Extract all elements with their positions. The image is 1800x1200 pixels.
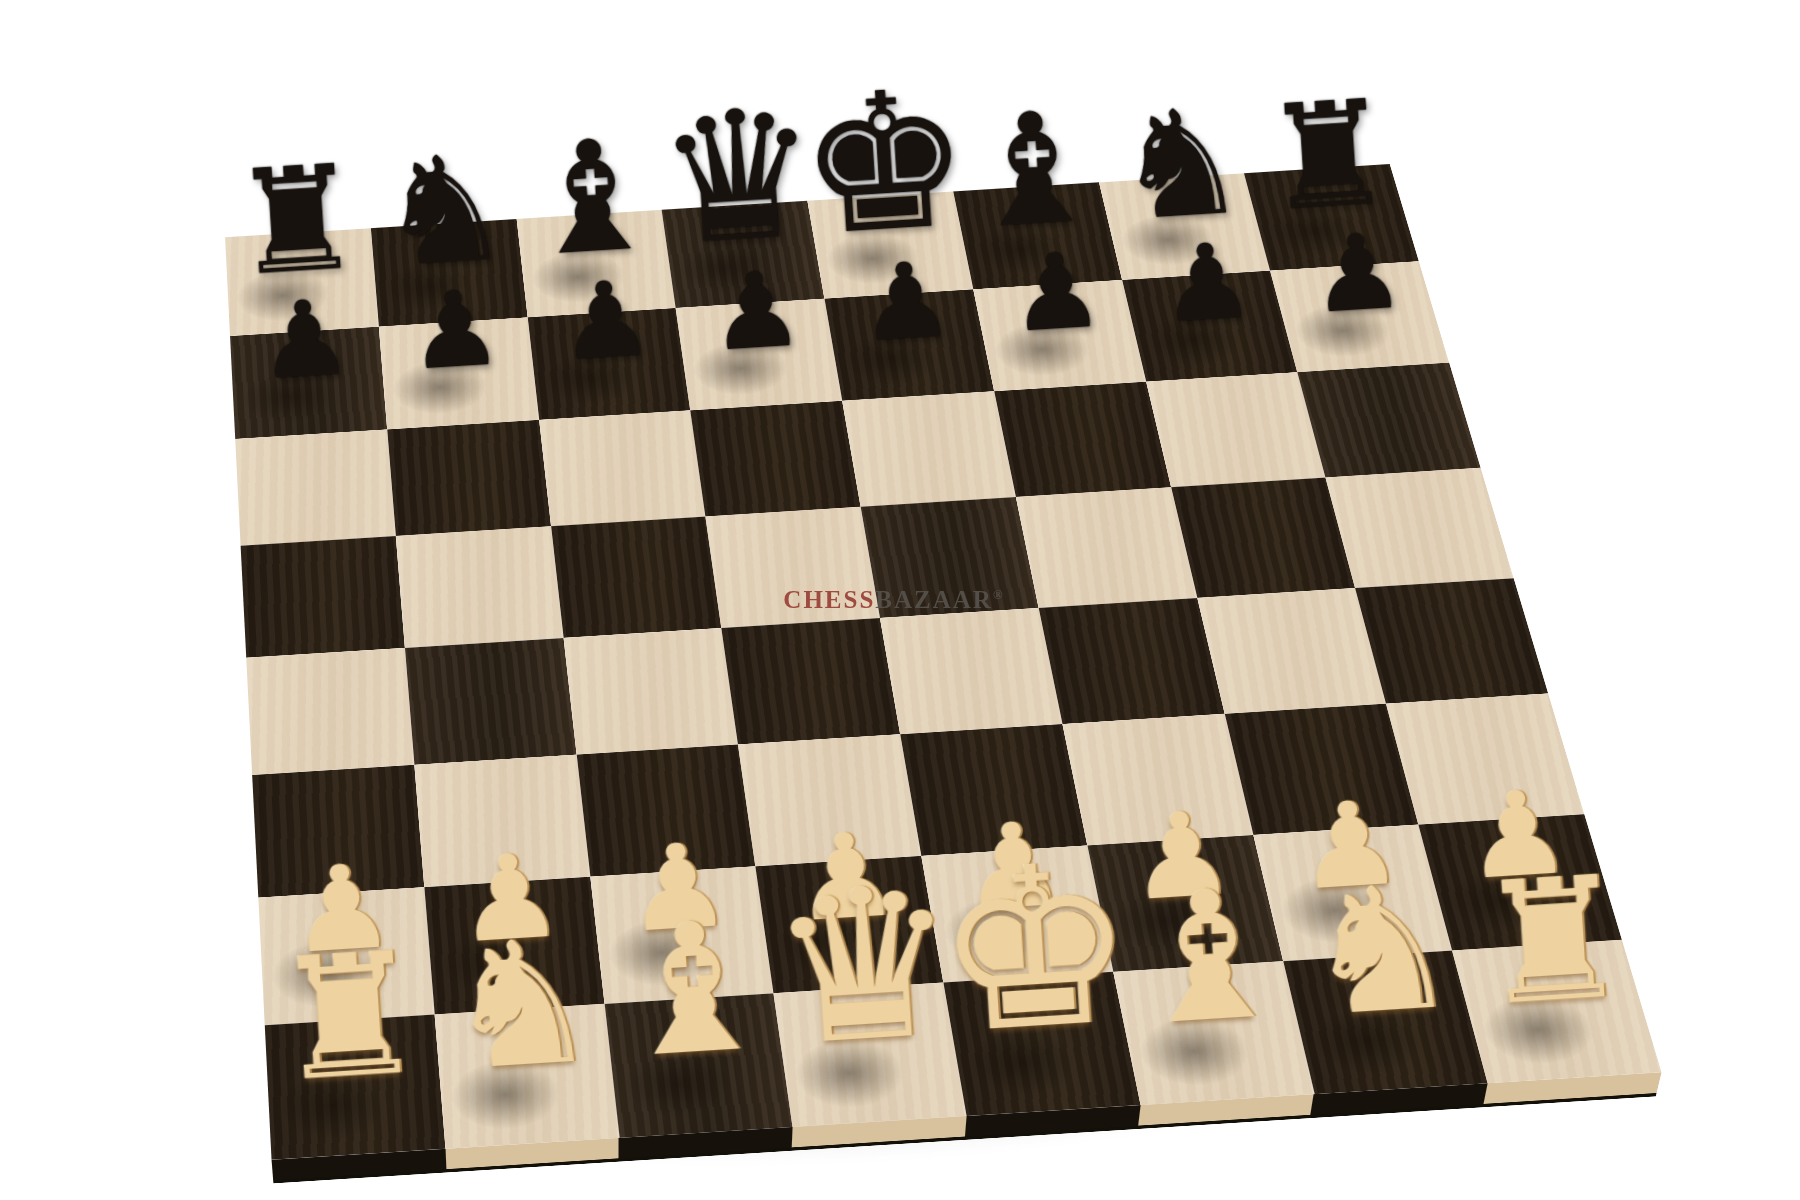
piece-black-pawn-d7: ♟	[676, 299, 842, 411]
piece-white-bishop-c1: ♝	[604, 993, 793, 1138]
black-king-icon: ♚	[795, 71, 976, 256]
square-h5	[1326, 468, 1514, 588]
watermark-bazaar: BAZAAR	[875, 586, 993, 613]
piece-white-knight-b1: ♞	[434, 1004, 619, 1149]
black-bishop-icon: ♝	[519, 124, 665, 273]
square-f5	[1016, 487, 1197, 608]
piece-black-pawn-h7: ♟	[1270, 261, 1449, 372]
square-h4	[1355, 578, 1548, 703]
square-d4	[722, 618, 901, 744]
square-c5	[551, 517, 722, 638]
black-pawn-icon: ♟	[706, 261, 805, 363]
black-pawn-icon: ♟	[1007, 242, 1106, 344]
white-knight-icon: ♞	[1299, 867, 1462, 1034]
piece-black-pawn-b7: ♟	[379, 317, 539, 429]
square-f6	[994, 381, 1171, 497]
piece-black-pawn-f7: ♟	[973, 280, 1146, 391]
black-pawn-icon: ♟	[255, 289, 354, 391]
white-rook-icon: ♜	[270, 935, 430, 1099]
white-bishop-icon: ♝	[1124, 871, 1295, 1045]
white-knight-icon: ♞	[440, 921, 603, 1088]
square-g5	[1171, 478, 1356, 598]
square-b5	[396, 526, 563, 647]
watermark-chess: CHESS	[783, 586, 875, 613]
black-pawn-icon: ♟	[1157, 233, 1256, 335]
piece-white-knight-g1: ♞	[1283, 951, 1488, 1094]
square-d6	[690, 401, 860, 517]
white-rook-icon: ♜	[1473, 860, 1633, 1024]
chess-board: ♜♞♝♛♚♝♞♜♟♟♟♟♟♟♟♟♟♟♟♟♟♟♟♟♜♞♝♛♚♝♞♜	[225, 164, 1662, 1160]
piece-black-pawn-a7: ♟	[230, 327, 387, 439]
black-knight-icon: ♞	[375, 139, 515, 282]
square-e4	[880, 608, 1062, 734]
square-f4	[1038, 598, 1224, 724]
square-a6	[235, 429, 395, 546]
black-bishop-icon: ♝	[960, 96, 1106, 245]
product-photo-stage: ♜♞♝♛♚♝♞♜♟♟♟♟♟♟♟♟♟♟♟♟♟♟♟♟♜♞♝♛♚♝♞♜ CHESSBA…	[0, 0, 1800, 1200]
piece-white-rook-h1: ♜	[1452, 940, 1661, 1083]
square-a4	[246, 648, 414, 775]
square-b4	[405, 638, 576, 765]
piece-white-bishop-f1: ♝	[1113, 961, 1314, 1105]
black-knight-icon: ♞	[1111, 93, 1251, 236]
square-c6	[539, 410, 706, 526]
black-pawn-icon: ♟	[1308, 223, 1407, 325]
watermark: CHESSBAZAAR®	[783, 586, 1002, 614]
piece-white-queen-d1: ♛	[774, 983, 967, 1127]
black-pawn-icon: ♟	[857, 252, 956, 354]
piece-white-king-e1: ♚	[943, 972, 1140, 1116]
black-pawn-icon: ♟	[556, 271, 655, 373]
square-g4	[1197, 588, 1386, 714]
square-e6	[842, 391, 1016, 507]
square-g6	[1146, 372, 1326, 488]
square-h6	[1297, 362, 1480, 477]
piece-black-pawn-c7: ♟	[527, 308, 690, 420]
piece-white-rook-a1: ♜	[265, 1015, 446, 1160]
black-rook-icon: ♜	[229, 151, 366, 291]
white-queen-icon: ♛	[765, 865, 963, 1068]
registered-trademark-icon: ®	[993, 587, 1003, 602]
white-bishop-icon: ♝	[608, 903, 779, 1077]
piece-black-pawn-g7: ♟	[1122, 271, 1298, 382]
piece-black-pawn-e7: ♟	[824, 289, 993, 400]
black-pawn-icon: ♟	[406, 280, 505, 382]
square-a5	[241, 536, 405, 658]
black-rook-icon: ♜	[1260, 86, 1397, 226]
square-c4	[563, 628, 738, 755]
square-b6	[387, 420, 551, 537]
